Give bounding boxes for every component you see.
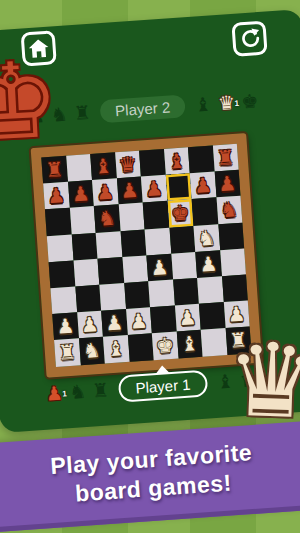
restart-button[interactable] [231,21,267,57]
square-c7[interactable]: ♟ [92,178,118,206]
square-h4[interactable] [220,248,246,276]
square-a4[interactable] [49,260,75,288]
slot-king-silhouette: ♚ [240,87,260,114]
piece-white-bishop-c1: ♝ [106,339,125,360]
turn-indicator [155,365,170,374]
piece-white-pawn-g4: ♟ [199,253,218,274]
board-frame: ♜♝♛♝♜♟♟♟♟♟♟♟♞♚♞♞♟♟♟♟♟♟♟♟♜♞♝♚♝♜ [31,133,262,377]
piece-red-queen-d8: ♛ [118,154,137,175]
piece-red-bishop-f8: ♝ [167,151,186,172]
square-d8[interactable]: ♛ [115,151,141,179]
square-h6[interactable]: ♞ [216,196,242,224]
piece-white-rook-a1: ♜ [58,342,77,363]
piece-red-pawn-h7: ♟ [218,173,237,194]
home-button[interactable] [21,30,57,66]
chess-board: ♜♝♛♝♜♟♟♟♟♟♟♟♞♚♞♞♟♟♟♟♟♟♟♟♜♞♝♚♝♜ [41,144,251,367]
slot-knight-silhouette: ♞ [49,101,69,128]
slot-rook-silhouette: ♜ [72,99,92,126]
square-c2[interactable]: ♟ [101,309,127,337]
square-e5[interactable] [145,227,171,255]
home-icon [26,36,52,62]
square-a8[interactable]: ♜ [41,156,67,184]
square-g1[interactable] [201,328,227,356]
square-f3[interactable] [173,278,199,306]
square-f4[interactable] [171,252,197,280]
piece-red-pawn-b7: ♟ [71,184,90,205]
piece-red-pawn-d7: ♟ [120,180,139,201]
square-d6[interactable] [118,203,144,231]
square-g2[interactable] [199,302,225,330]
square-e1[interactable]: ♚ [152,332,178,360]
piece-white-pawn-e4: ♟ [150,257,169,278]
square-b5[interactable] [71,232,97,260]
captured-count: 1 [62,381,68,407]
square-d5[interactable] [120,229,146,257]
piece-white-knight-b1: ♞ [82,340,101,361]
slot-king-silhouette: ♚ [261,364,281,391]
square-a3[interactable] [50,286,76,314]
square-b3[interactable] [75,285,101,313]
piece-white-bishop-f1: ♝ [180,333,199,354]
square-f8[interactable]: ♝ [164,147,190,175]
square-c8[interactable]: ♝ [90,152,116,180]
piece-white-knight-g5: ♞ [197,227,216,248]
piece-red-pawn-g7: ♟ [193,175,212,196]
square-a2[interactable]: ♟ [52,313,78,341]
square-b8[interactable] [66,154,92,182]
piece-red-pawn-e7: ♟ [144,178,163,199]
piece-red-knight-h6: ♞ [220,199,239,220]
square-g3[interactable] [197,276,223,304]
promo-banner[interactable]: Play your favorite board games! [0,420,300,533]
square-h8[interactable]: ♜ [212,144,238,172]
square-d4[interactable] [122,255,148,283]
slot-queen-silhouette: ♛ [238,366,258,393]
player2-captured-tray: ♟♞♜Player 2♝♛1♚ [0,83,300,134]
piece-white-pawn-d2: ♟ [129,311,148,332]
slot-bishop-silhouette: ♝ [193,90,213,117]
square-h5[interactable] [218,222,244,250]
square-h7[interactable]: ♟ [214,170,240,198]
square-f7[interactable] [165,173,191,201]
piece-white-pawn-a2: ♟ [56,316,75,337]
slot-knight-silhouette: ♞ [68,378,88,405]
game-panel: ♟♞♜Player 2♝♛1♚ ♜♝♛♝♜♟♟♟♟♟♟♟♞♚♞♞♟♟♟♟♟♟♟♟… [0,9,300,433]
piece-red-bishop-c8: ♝ [94,156,113,177]
piece-white-rook-h1: ♜ [229,330,248,351]
square-a7[interactable]: ♟ [43,182,69,210]
piece-white-king-e1: ♚ [155,335,174,356]
square-a6[interactable] [45,208,71,236]
app-screen: ♟♞♜Player 2♝♛1♚ ♜♝♛♝♜♟♟♟♟♟♟♟♞♚♞♞♟♟♟♟♟♟♟♟… [0,0,300,533]
piece-white-pawn-h2: ♟ [227,304,246,325]
slot-rook-silhouette: ♜ [91,376,111,403]
square-g8[interactable] [188,146,214,174]
square-c4[interactable] [97,257,123,285]
square-c1[interactable]: ♝ [103,335,129,363]
piece-red-rook-a8: ♜ [45,159,64,180]
square-g5[interactable]: ♞ [193,224,219,252]
square-e8[interactable] [139,149,165,177]
piece-white-pawn-f2: ♟ [178,307,197,328]
square-e3[interactable] [148,280,174,308]
square-c5[interactable] [96,231,122,259]
square-h1[interactable]: ♜ [225,327,251,355]
player-label: Player 2 [115,98,171,119]
square-b4[interactable] [73,259,99,287]
piece-white-pawn-b2: ♟ [80,314,99,335]
square-a1[interactable]: ♜ [54,339,80,367]
captured-count: 1 [234,91,240,117]
piece-red-pawn-a7: ♟ [47,185,66,206]
player1-label-pill: Player 1 [118,369,209,402]
square-f2[interactable]: ♟ [174,304,200,332]
square-c6[interactable]: ♞ [94,205,120,233]
slot-bishop-silhouette: ♝ [215,368,235,395]
piece-red-rook-h8: ♜ [216,147,235,168]
square-h3[interactable] [222,274,248,302]
square-e6[interactable] [143,201,169,229]
player2-label-pill: Player 2 [99,94,185,123]
square-e7[interactable]: ♟ [141,175,167,203]
square-b1[interactable]: ♞ [79,337,105,365]
slot-pawn-silhouette: ♟ [26,102,46,129]
refresh-icon [237,26,263,52]
piece-white-pawn-c2: ♟ [105,312,124,333]
square-f1[interactable]: ♝ [176,330,202,358]
square-g6[interactable] [192,198,218,226]
piece-red-king-f6: ♚ [171,203,190,224]
square-g7[interactable]: ♟ [190,172,216,200]
square-b6[interactable] [69,206,95,234]
square-b2[interactable]: ♟ [77,311,103,339]
captured-white-queen: ♛1 [216,89,237,116]
square-f5[interactable] [169,226,195,254]
square-h2[interactable]: ♟ [223,301,249,329]
piece-red-knight-c6: ♞ [97,208,116,229]
square-e2[interactable] [150,306,176,334]
square-b7[interactable]: ♟ [68,180,94,208]
square-a5[interactable] [47,234,73,262]
square-d2[interactable]: ♟ [126,307,152,335]
captured-red-pawn: ♟1 [44,380,65,407]
square-e4[interactable]: ♟ [146,253,172,281]
square-d1[interactable] [127,334,153,362]
square-d3[interactable] [124,281,150,309]
player-label: Player 1 [135,375,191,396]
square-f6[interactable]: ♚ [167,199,193,227]
piece-red-pawn-c7: ♟ [95,182,114,203]
square-d7[interactable]: ♟ [116,177,142,205]
square-c3[interactable] [99,283,125,311]
square-g4[interactable]: ♟ [195,250,221,278]
